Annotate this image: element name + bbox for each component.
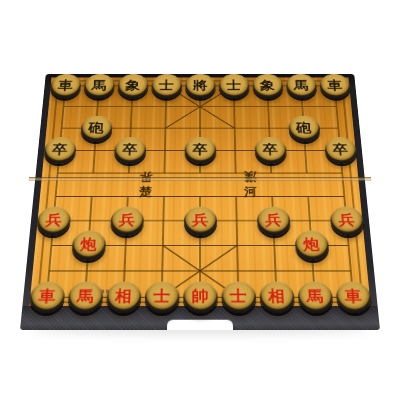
case-thumb-notch[interactable]: [167, 320, 233, 330]
piece-black-soldier[interactable]: 卒: [113, 137, 146, 164]
piece-black-chariot[interactable]: 車: [319, 74, 351, 99]
piece-glyph: 兵: [192, 213, 208, 227]
piece-glyph: 兵: [338, 213, 355, 227]
piece-glyph: 車: [327, 79, 343, 91]
piece-red-general[interactable]: 帥: [183, 282, 218, 314]
piece-glyph: 卒: [262, 143, 278, 156]
piece-glyph: 馬: [91, 79, 106, 91]
piece-black-soldier[interactable]: 卒: [184, 137, 216, 164]
piece-glyph: 炮: [303, 237, 320, 251]
piece-glyph: 炮: [80, 237, 97, 251]
piece-glyph: 相: [268, 289, 285, 304]
folding-board-case: 界 漢 楚 河 車馬象士將士象馬車砲砲卒卒卒卒卒兵兵兵兵兵炮炮車馬相士帥士相馬車: [20, 74, 380, 330]
piece-glyph: 卒: [192, 143, 207, 156]
piece-black-soldier[interactable]: 卒: [43, 137, 77, 164]
piece-glyph: 砲: [88, 121, 104, 134]
piece-glyph: 兵: [45, 213, 62, 227]
piece-red-soldier[interactable]: 兵: [256, 206, 290, 235]
piece-glyph: 卒: [52, 143, 68, 156]
piece-glyph: 車: [58, 79, 74, 91]
piece-glyph: 車: [38, 289, 56, 304]
pieces-layer: 車馬象士將士象馬車砲砲卒卒卒卒卒兵兵兵兵兵炮炮車馬相士帥士相馬車: [29, 77, 370, 305]
piece-glyph: 將: [193, 79, 208, 91]
piece-red-advisor[interactable]: 士: [144, 282, 179, 314]
piece-red-advisor[interactable]: 士: [221, 282, 256, 314]
piece-black-soldier[interactable]: 卒: [324, 137, 358, 164]
piece-red-cannon[interactable]: 炮: [71, 231, 106, 261]
piece-glyph: 帥: [192, 289, 209, 304]
piece-glyph: 兵: [118, 213, 135, 227]
piece-red-soldier[interactable]: 兵: [36, 206, 71, 235]
piece-glyph: 象: [260, 79, 275, 91]
piece-red-cannon[interactable]: 炮: [294, 231, 329, 261]
piece-glyph: 馬: [76, 289, 94, 304]
piece-black-elephant[interactable]: 象: [252, 74, 283, 99]
piece-glyph: 相: [115, 289, 132, 304]
piece-glyph: 士: [153, 289, 170, 304]
piece-glyph: 車: [344, 289, 362, 304]
piece-black-general[interactable]: 將: [185, 74, 215, 99]
piece-black-advisor[interactable]: 士: [151, 74, 182, 99]
piece-red-soldier[interactable]: 兵: [183, 206, 216, 235]
piece-black-horse[interactable]: 馬: [285, 74, 317, 99]
piece-glyph: 卒: [332, 143, 348, 156]
piece-glyph: 士: [230, 289, 247, 304]
piece-red-soldier[interactable]: 兵: [329, 206, 364, 235]
board-face[interactable]: 界 漢 楚 河 車馬象士將士象馬車砲砲卒卒卒卒卒兵兵兵兵兵炮炮車馬相士帥士相馬車: [29, 77, 370, 305]
piece-glyph: 砲: [296, 121, 312, 134]
piece-red-soldier[interactable]: 兵: [110, 206, 144, 235]
piece-black-soldier[interactable]: 卒: [254, 137, 287, 164]
piece-glyph: 士: [159, 79, 174, 91]
product-photo: 界 漢 楚 河 車馬象士將士象馬車砲砲卒卒卒卒卒兵兵兵兵兵炮炮車馬相士帥士相馬車: [0, 0, 400, 400]
piece-glyph: 馬: [293, 79, 308, 91]
piece-glyph: 卒: [122, 143, 138, 156]
piece-black-advisor[interactable]: 士: [218, 74, 249, 99]
piece-black-horse[interactable]: 馬: [83, 74, 115, 99]
piece-glyph: 兵: [265, 213, 282, 227]
piece-black-cannon[interactable]: 砲: [80, 115, 113, 141]
piece-black-chariot[interactable]: 車: [49, 74, 81, 99]
piece-glyph: 士: [226, 79, 241, 91]
piece-glyph: 象: [125, 79, 140, 91]
piece-black-elephant[interactable]: 象: [117, 74, 148, 99]
piece-black-cannon[interactable]: 砲: [288, 115, 321, 141]
piece-glyph: 馬: [306, 289, 324, 304]
